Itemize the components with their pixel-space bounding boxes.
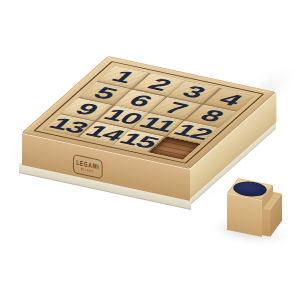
legami-stamp: LEGAMI MILANO <box>73 154 102 179</box>
product-photo-scene: LEGAMI MILANO 123456789101112131415 <box>0 0 300 300</box>
loose-tile-front-face <box>227 193 262 237</box>
